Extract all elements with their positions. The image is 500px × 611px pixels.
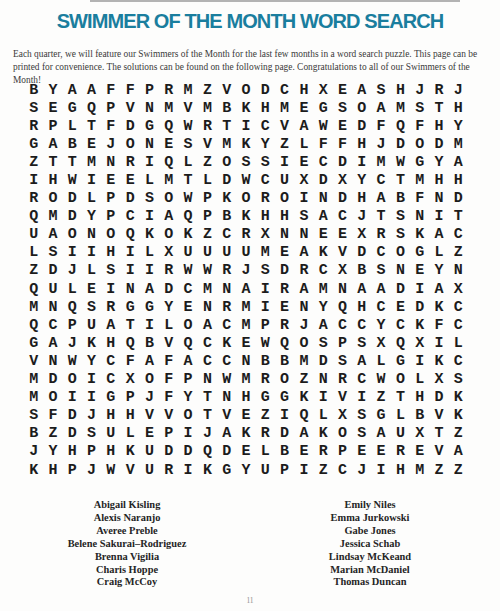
grid-cell-r11c7: I (140, 262, 159, 280)
grid-cell-r3c3: L (63, 117, 82, 135)
grid-cell-r22c18: J (352, 461, 371, 479)
grid-cell-r16c13: B (256, 352, 275, 370)
grid-cell-r21c1: J (24, 443, 43, 461)
grid-cell-r15c9: Q (178, 334, 197, 352)
grid-cell-r15c15: O (294, 334, 313, 352)
grid-cell-r1c8: R (159, 81, 178, 99)
grid-cell-r3c14: V (275, 117, 294, 135)
grid-cell-r9c6: Q (121, 226, 140, 244)
grid-cell-r14c12: M (236, 316, 255, 334)
grid-cell-r21c16: R (314, 443, 333, 461)
grid-cell-r15c13: W (256, 334, 275, 352)
grid-cell-r9c3: O (63, 226, 82, 244)
grid-cell-r7c23: D (449, 190, 468, 208)
grid-cell-r15c19: X (371, 334, 390, 352)
grid-cell-r11c17: X (333, 262, 352, 280)
grid-cell-r6c17: X (333, 171, 352, 189)
swimmer-name: Emma Jurkowski (254, 512, 486, 525)
grid-cell-r7c5: P (101, 190, 120, 208)
grid-cell-r11c12: J (236, 262, 255, 280)
grid-cell-r7c2: O (43, 190, 62, 208)
grid-cell-r5c2: T (43, 153, 62, 171)
grid-cell-r9c2: A (43, 226, 62, 244)
grid-cell-r6c2: H (43, 171, 62, 189)
grid-cell-r18c1: M (24, 389, 43, 407)
grid-cell-r18c3: I (63, 389, 82, 407)
grid-cell-r17c11: W (217, 371, 236, 389)
grid-cell-r7c12: O (236, 190, 255, 208)
grid-cell-r20c5: U (101, 425, 120, 443)
grid-cell-r13c8: Y (159, 298, 178, 316)
grid-cell-r1c21: J (410, 81, 429, 99)
grid-cell-r12c3: L (63, 280, 82, 298)
grid-cell-r20c22: T (429, 425, 448, 443)
grid-cell-r15c5: H (101, 334, 120, 352)
grid-cell-r2c7: N (140, 99, 159, 117)
grid-cell-r17c16: N (314, 371, 333, 389)
grid-cell-r3c4: T (82, 117, 101, 135)
grid-cell-r6c10: L (198, 171, 217, 189)
grid-cell-r20c13: R (256, 425, 275, 443)
grid-cell-r14c3: P (63, 316, 82, 334)
grid-cell-r12c5: I (101, 280, 120, 298)
grid-cell-r2c19: A (371, 99, 390, 117)
grid-cell-r7c15: I (294, 190, 313, 208)
grid-cell-r20c23: Z (449, 425, 468, 443)
grid-cell-r4c2: A (43, 135, 62, 153)
grid-cell-r14c8: L (159, 316, 178, 334)
grid-cell-r14c15: J (294, 316, 313, 334)
grid-cell-r14c9: O (178, 316, 197, 334)
grid-cell-r19c11: V (217, 407, 236, 425)
grid-cell-r9c15: N (294, 226, 313, 244)
grid-cell-r19c14: I (275, 407, 294, 425)
grid-cell-r11c1: Z (24, 262, 43, 280)
grid-cell-r19c18: S (352, 407, 371, 425)
grid-cell-r15c6: Q (121, 334, 140, 352)
grid-cell-r12c22: A (429, 280, 448, 298)
grid-cell-r8c4: Y (82, 208, 101, 226)
grid-cell-r11c4: L (82, 262, 101, 280)
word-search-grid: BYAAFFPRMZVODCHXEASHJRJSEGQPVNMVMBKHMEGS… (24, 81, 468, 479)
grid-cell-r10c4: I (82, 244, 101, 262)
grid-cell-r18c2: O (43, 389, 62, 407)
grid-cell-r21c18: E (352, 443, 371, 461)
grid-cell-r18c4: I (82, 389, 101, 407)
grid-cell-r5c23: A (449, 153, 468, 171)
grid-cell-r11c14: D (275, 262, 294, 280)
swimmer-name: Alexis Naranjo (0, 512, 254, 525)
grid-cell-r10c10: U (198, 244, 217, 262)
grid-cell-r5c18: I (352, 153, 371, 171)
swimmer-name: Craig McCoy (0, 576, 254, 589)
grid-cell-r20c20: U (391, 425, 410, 443)
grid-cell-r1c11: V (217, 81, 236, 99)
grid-cell-r14c1: Q (24, 316, 43, 334)
grid-cell-r9c20: S (391, 226, 410, 244)
word-search-page: SWIMMER OF THE MONTH WORD SEARCH Each qu… (0, 0, 500, 611)
grid-cell-r8c1: Q (24, 208, 43, 226)
grid-cell-r5c8: Q (159, 153, 178, 171)
grid-cell-r17c15: Z (294, 371, 313, 389)
grid-cell-r8c3: D (63, 208, 82, 226)
grid-cell-r6c7: L (140, 171, 159, 189)
grid-cell-r3c5: F (101, 117, 120, 135)
grid-cell-r15c14: Q (275, 334, 294, 352)
grid-cell-r9c22: A (429, 226, 448, 244)
grid-cell-r17c8: F (159, 371, 178, 389)
grid-cell-r14c4: U (82, 316, 101, 334)
grid-cell-r3c12: I (236, 117, 255, 135)
grid-cell-r3c13: C (256, 117, 275, 135)
grid-cell-r16c9: A (178, 352, 197, 370)
grid-cell-r15c17: P (333, 334, 352, 352)
grid-cell-r9c5: O (101, 226, 120, 244)
grid-cell-r17c17: R (333, 371, 352, 389)
grid-cell-r18c22: D (429, 389, 448, 407)
grid-cell-r18c12: H (236, 389, 255, 407)
grid-cell-r10c15: A (294, 244, 313, 262)
grid-cell-r3c2: P (43, 117, 62, 135)
grid-cell-r2c18: O (352, 99, 371, 117)
grid-cell-r6c21: M (410, 171, 429, 189)
page-number: 11 (0, 596, 500, 605)
grid-cell-r14c20: C (391, 316, 410, 334)
grid-cell-r18c13: G (256, 389, 275, 407)
grid-cell-r18c7: J (140, 389, 159, 407)
grid-cell-r13c10: N (198, 298, 217, 316)
grid-cell-r14c19: Y (371, 316, 390, 334)
grid-cell-r5c21: G (410, 153, 429, 171)
grid-cell-r4c8: E (159, 135, 178, 153)
grid-cell-r8c16: A (314, 208, 333, 226)
grid-cell-r4c16: F (314, 135, 333, 153)
grid-cell-r2c16: G (314, 99, 333, 117)
grid-cell-r10c12: U (236, 244, 255, 262)
grid-cell-r9c18: X (352, 226, 371, 244)
grid-cell-r10c14: E (275, 244, 294, 262)
grid-cell-r2c17: S (333, 99, 352, 117)
grid-cell-r1c22: R (429, 81, 448, 99)
grid-cell-r7c6: D (121, 190, 140, 208)
grid-cell-r7c8: O (159, 190, 178, 208)
grid-cell-r18c5: G (101, 389, 120, 407)
grid-cell-r22c10: K (198, 461, 217, 479)
grid-cell-r3c10: R (198, 117, 217, 135)
grid-cell-r6c20: T (391, 171, 410, 189)
grid-cell-r16c6: F (121, 352, 140, 370)
grid-cell-r4c10: V (198, 135, 217, 153)
grid-cell-r1c1: B (24, 81, 43, 99)
grid-cell-r21c4: P (82, 443, 101, 461)
grid-cell-r7c19: A (371, 190, 390, 208)
grid-cell-r4c12: K (236, 135, 255, 153)
grid-cell-r2c22: T (429, 99, 448, 117)
grid-cell-r4c4: E (82, 135, 101, 153)
grid-cell-r4c5: J (101, 135, 120, 153)
grid-cell-r22c9: I (178, 461, 197, 479)
grid-cell-r10c22: L (429, 244, 448, 262)
grid-cell-r3c6: D (121, 117, 140, 135)
grid-cell-r4c22: D (429, 135, 448, 153)
grid-cell-r13c19: C (371, 298, 390, 316)
grid-cell-r13c7: G (140, 298, 159, 316)
grid-cell-r8c14: H (275, 208, 294, 226)
grid-cell-r5c12: S (236, 153, 255, 171)
grid-cell-r13c21: D (410, 298, 429, 316)
grid-cell-r17c4: I (82, 371, 101, 389)
grid-cell-r21c6: K (121, 443, 140, 461)
grid-cell-r5c3: T (63, 153, 82, 171)
grid-cell-r17c18: C (352, 371, 371, 389)
grid-cell-r19c16: L (314, 407, 333, 425)
grid-cell-r8c7: I (140, 208, 159, 226)
grid-cell-r18c14: G (275, 389, 294, 407)
grid-cell-r19c2: F (43, 407, 62, 425)
grid-cell-r18c19: Z (371, 389, 390, 407)
grid-cell-r22c16: Z (314, 461, 333, 479)
grid-cell-r8c2: M (43, 208, 62, 226)
grid-cell-r2c8: M (159, 99, 178, 117)
grid-cell-r6c9: T (178, 171, 197, 189)
grid-cell-r4c7: N (140, 135, 159, 153)
grid-cell-r4c3: B (63, 135, 82, 153)
grid-cell-r20c6: L (121, 425, 140, 443)
grid-cell-r7c22: N (429, 190, 448, 208)
grid-cell-r7c20: B (391, 190, 410, 208)
grid-cell-r11c19: S (371, 262, 390, 280)
grid-cell-r12c12: A (236, 280, 255, 298)
grid-cell-r10c9: U (178, 244, 197, 262)
grid-cell-r22c12: Y (236, 461, 255, 479)
grid-cell-r21c8: D (159, 443, 178, 461)
grid-cell-r19c7: V (140, 407, 159, 425)
swimmer-name: Abigail Kisling (0, 499, 254, 512)
grid-cell-r12c14: R (275, 280, 294, 298)
grid-cell-r18c6: P (121, 389, 140, 407)
grid-cell-r14c13: P (256, 316, 275, 334)
grid-cell-r6c1: I (24, 171, 43, 189)
grid-cell-r19c3: D (63, 407, 82, 425)
grid-cell-r16c18: A (352, 352, 371, 370)
grid-cell-r11c9: W (178, 262, 197, 280)
grid-cell-r1c23: J (449, 81, 468, 99)
grid-cell-r18c21: H (410, 389, 429, 407)
grid-cell-r7c14: O (275, 190, 294, 208)
grid-cell-r11c8: R (159, 262, 178, 280)
swimmer-name: Lindsay McKeand (254, 551, 486, 564)
grid-cell-r17c5: C (101, 371, 120, 389)
grid-cell-r13c16: Y (314, 298, 333, 316)
grid-cell-r1c14: C (275, 81, 294, 99)
grid-cell-r14c10: A (198, 316, 217, 334)
grid-cell-r19c4: J (82, 407, 101, 425)
grid-cell-r18c16: I (314, 389, 333, 407)
grid-cell-r4c19: J (371, 135, 390, 153)
grid-cell-r22c20: H (391, 461, 410, 479)
grid-cell-r6c4: I (82, 171, 101, 189)
grid-cell-r10c1: L (24, 244, 43, 262)
grid-cell-r19c1: S (24, 407, 43, 425)
grid-cell-r13c2: N (43, 298, 62, 316)
grid-cell-r6c22: H (429, 171, 448, 189)
grid-cell-r1c12: O (236, 81, 255, 99)
grid-cell-r1c18: A (352, 81, 371, 99)
grid-cell-r18c17: V (333, 389, 352, 407)
grid-cell-r5c14: I (275, 153, 294, 171)
grid-cell-r16c12: N (236, 352, 255, 370)
grid-cell-r21c5: H (101, 443, 120, 461)
grid-cell-r13c18: H (352, 298, 371, 316)
grid-cell-r22c7: U (140, 461, 159, 479)
grid-cell-r20c21: X (410, 425, 429, 443)
grid-cell-r7c13: R (256, 190, 275, 208)
grid-cell-r9c21: K (410, 226, 429, 244)
grid-cell-r8c19: T (371, 208, 390, 226)
grid-cell-r13c13: I (256, 298, 275, 316)
grid-cell-r14c18: C (352, 316, 371, 334)
grid-cell-r12c21: I (410, 280, 429, 298)
grid-cell-r16c16: D (314, 352, 333, 370)
grid-cell-r13c15: N (294, 298, 313, 316)
grid-cell-r9c12: R (236, 226, 255, 244)
grid-cell-r9c19: R (371, 226, 390, 244)
grid-cell-r18c9: Y (178, 389, 197, 407)
grid-cell-r15c10: C (198, 334, 217, 352)
grid-cell-r14c5: A (101, 316, 120, 334)
grid-cell-r12c15: A (294, 280, 313, 298)
grid-cell-r7c21: F (410, 190, 429, 208)
grid-cell-r3c15: A (294, 117, 313, 135)
grid-cell-r3c8: Q (159, 117, 178, 135)
grid-cell-r16c23: C (449, 352, 468, 370)
grid-cell-r16c19: L (371, 352, 390, 370)
grid-cell-r10c17: V (333, 244, 352, 262)
grid-cell-r7c7: S (140, 190, 159, 208)
grid-cell-r16c10: C (198, 352, 217, 370)
grid-cell-r10c19: C (371, 244, 390, 262)
grid-cell-r7c4: L (82, 190, 101, 208)
grid-cell-r12c2: U (43, 280, 62, 298)
grid-cell-r1c3: A (63, 81, 82, 99)
grid-cell-r5c6: R (121, 153, 140, 171)
grid-cell-r9c11: C (217, 226, 236, 244)
grid-cell-r19c20: L (391, 407, 410, 425)
grid-cell-r16c3: W (63, 352, 82, 370)
grid-cell-r14c17: C (333, 316, 352, 334)
grid-cell-r22c1: K (24, 461, 43, 479)
grid-cell-r12c18: A (352, 280, 371, 298)
grid-cell-r7c3: D (63, 190, 82, 208)
grid-cell-r9c1: U (24, 226, 43, 244)
grid-cell-r3c19: F (371, 117, 390, 135)
grid-cell-r20c4: S (82, 425, 101, 443)
grid-cell-r5c15: E (294, 153, 313, 171)
grid-cell-r21c20: R (391, 443, 410, 461)
grid-cell-r13c11: R (217, 298, 236, 316)
grid-cell-r1c15: H (294, 81, 313, 99)
grid-cell-r5c11: O (217, 153, 236, 171)
grid-cell-r17c7: O (140, 371, 159, 389)
grid-cell-r18c11: N (217, 389, 236, 407)
grid-cell-r10c16: K (314, 244, 333, 262)
names-column-left: Abigail KislingAlexis NaranjoAveree Preb… (0, 499, 254, 589)
grid-cell-r19c5: H (101, 407, 120, 425)
grid-cell-r9c8: O (159, 226, 178, 244)
grid-cell-r17c13: R (256, 371, 275, 389)
grid-cell-r15c20: Q (391, 334, 410, 352)
grid-cell-r6c18: Y (352, 171, 371, 189)
grid-cell-r10c5: H (101, 244, 120, 262)
grid-cell-r9c9: K (178, 226, 197, 244)
grid-cell-r2c21: S (410, 99, 429, 117)
grid-cell-r16c15: M (294, 352, 313, 370)
grid-cell-r5c9: L (178, 153, 197, 171)
grid-cell-r11c23: N (449, 262, 468, 280)
grid-cell-r8c6: C (121, 208, 140, 226)
grid-cell-r22c21: M (410, 461, 429, 479)
grid-cell-r16c5: C (101, 352, 120, 370)
grid-cell-r5c16: C (314, 153, 333, 171)
grid-cell-r13c9: E (178, 298, 197, 316)
grid-cell-r22c6: V (121, 461, 140, 479)
grid-cell-r2c1: S (24, 99, 43, 117)
grid-cell-r15c4: K (82, 334, 101, 352)
grid-cell-r21c17: P (333, 443, 352, 461)
grid-cell-r4c17: F (333, 135, 352, 153)
grid-cell-r13c6: G (121, 298, 140, 316)
grid-cell-r20c9: I (178, 425, 197, 443)
grid-cell-r9c16: E (314, 226, 333, 244)
grid-cell-r8c23: T (449, 208, 468, 226)
grid-cell-r3c16: W (314, 117, 333, 135)
grid-cell-r19c12: E (236, 407, 255, 425)
grid-cell-r16c11: C (217, 352, 236, 370)
grid-cell-r15c16: S (314, 334, 333, 352)
grid-cell-r6c11: D (217, 171, 236, 189)
grid-cell-r6c6: E (121, 171, 140, 189)
grid-cell-r5c4: M (82, 153, 101, 171)
grid-cell-r15c3: J (63, 334, 82, 352)
grid-cell-r22c22: Z (429, 461, 448, 479)
grid-cell-r18c15: K (294, 389, 313, 407)
grid-cell-r5c17: D (333, 153, 352, 171)
grid-cell-r17c21: L (410, 371, 429, 389)
grid-cell-r19c9: O (178, 407, 197, 425)
grid-cell-r12c4: E (82, 280, 101, 298)
grid-cell-r8c21: N (410, 208, 429, 226)
grid-cell-r20c7: E (140, 425, 159, 443)
grid-cell-r16c14: B (275, 352, 294, 370)
grid-cell-r7c17: D (333, 190, 352, 208)
grid-cell-r5c1: Z (24, 153, 43, 171)
grid-cell-r16c21: I (410, 352, 429, 370)
grid-cell-r17c2: D (43, 371, 62, 389)
grid-cell-r12c13: I (256, 280, 275, 298)
grid-cell-r10c20: O (391, 244, 410, 262)
grid-cell-r8c12: K (236, 208, 255, 226)
grid-cell-r2c23: H (449, 99, 468, 117)
grid-cell-r20c8: P (159, 425, 178, 443)
grid-cell-r2c5: P (101, 99, 120, 117)
grid-cell-r13c5: R (101, 298, 120, 316)
grid-cell-r13c1: M (24, 298, 43, 316)
grid-cell-r7c10: P (198, 190, 217, 208)
grid-cell-r8c15: S (294, 208, 313, 226)
swimmer-name: Belene Sakurai–Rodriguez (0, 538, 254, 551)
grid-cell-r4c1: G (24, 135, 43, 153)
grid-cell-r22c15: I (294, 461, 313, 479)
